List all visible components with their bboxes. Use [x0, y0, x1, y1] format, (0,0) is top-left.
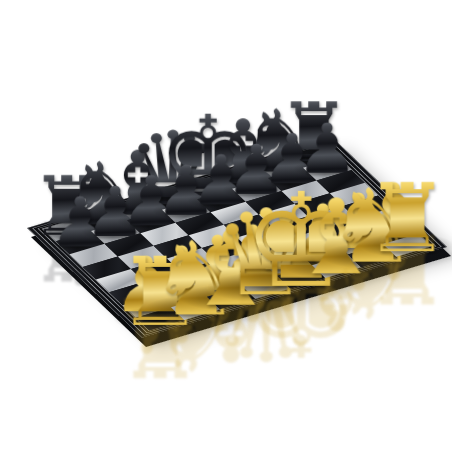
chess-set-photo: ♜♜♞♞♝♝♛♛♚♚♝♝♞♞♜♜♟♟♟♟♟♟♟♟♟♟♟♟♟♟♟♟♟♟♟♟♟♟♟♟… — [0, 0, 452, 452]
chessboard: ♜♜♞♞♝♝♛♛♚♚♝♝♞♞♜♜♟♟♟♟♟♟♟♟♟♟♟♟♟♟♟♟♟♟♟♟♟♟♟♟… — [27, 137, 447, 338]
square-h1[interactable]: ♜♜ — [383, 234, 432, 257]
piece-glyph: ♜ — [364, 171, 449, 266]
